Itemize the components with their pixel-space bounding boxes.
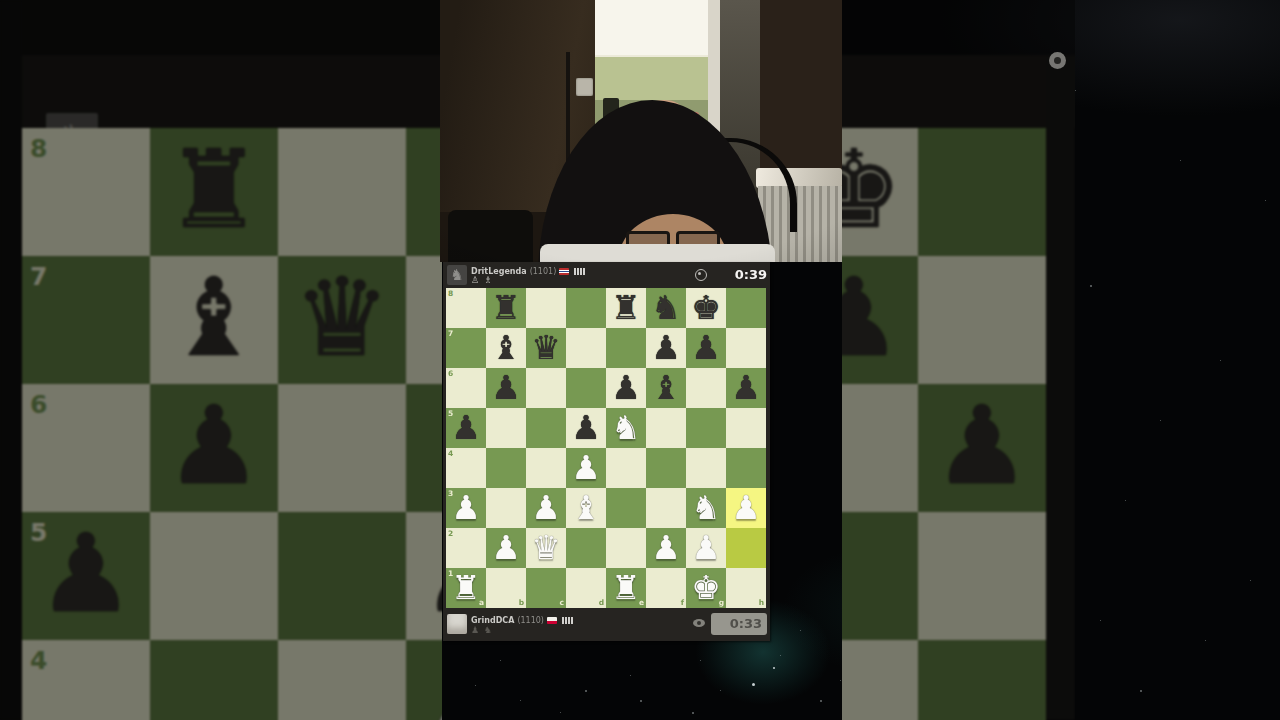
rank-label: 8 xyxy=(448,289,453,298)
cam-vignette xyxy=(440,0,842,262)
captured-pieces: ♙ ♗ xyxy=(471,275,493,285)
square-a8[interactable]: 8 xyxy=(446,288,486,328)
connection-bars-icon xyxy=(562,617,573,624)
star xyxy=(1265,200,1266,201)
star xyxy=(780,655,781,656)
player-name[interactable]: GrindDCA xyxy=(471,616,514,625)
square-h7[interactable] xyxy=(726,328,766,368)
square-f1[interactable]: f xyxy=(646,568,686,608)
square-c5[interactable] xyxy=(526,408,566,448)
square-d5[interactable]: ♟ xyxy=(566,408,606,448)
rank-label: 4 xyxy=(448,449,453,458)
square-c3[interactable]: ♟ xyxy=(526,488,566,528)
background-dim-overlay xyxy=(842,0,1075,720)
star xyxy=(820,700,822,702)
piece-white-bishop[interactable]: ♝ xyxy=(566,488,606,528)
chess-board[interactable]: 8♜♜♞♚7♝♛♟♟6♟♟♝♟5♟♟♞4♟3♟♟♝♞♟2♟♛♟♟1a♜bcde♜… xyxy=(446,288,766,608)
square-a1[interactable]: 1a♜ xyxy=(446,568,486,608)
square-e4[interactable] xyxy=(606,448,646,488)
square-b2[interactable]: ♟ xyxy=(486,528,526,568)
square-c8[interactable] xyxy=(526,288,566,328)
square-g4[interactable] xyxy=(686,448,726,488)
piece-white-pawn[interactable]: ♟ xyxy=(486,528,526,568)
square-c6[interactable] xyxy=(526,368,566,408)
square-e7[interactable] xyxy=(606,328,646,368)
square-e1[interactable]: e♜ xyxy=(606,568,646,608)
captured-pieces: ♟ ♞ xyxy=(471,625,493,635)
background-dim-overlay xyxy=(0,0,442,720)
square-h4[interactable] xyxy=(726,448,766,488)
star xyxy=(560,712,561,713)
stream-frame: ♞ DritLegenda (1101) ♙ ♗ 8♜7♝♛6♟♟5♟4♟ 0:… xyxy=(0,0,1280,720)
square-b6[interactable]: ♟ xyxy=(486,368,526,408)
star xyxy=(630,675,631,676)
piece-black-pawn[interactable]: ♟ xyxy=(686,328,726,368)
square-a5[interactable]: 5♟ xyxy=(446,408,486,448)
square-e3[interactable] xyxy=(606,488,646,528)
piece-white-pawn[interactable]: ♟ xyxy=(686,528,726,568)
square-h6[interactable]: ♟ xyxy=(726,368,766,408)
star xyxy=(475,685,476,686)
square-f5[interactable] xyxy=(646,408,686,448)
square-a3[interactable]: 3♟ xyxy=(446,488,486,528)
square-g3[interactable]: ♞ xyxy=(686,488,726,528)
star xyxy=(692,712,694,714)
square-f7[interactable]: ♟ xyxy=(646,328,686,368)
square-b7[interactable]: ♝ xyxy=(486,328,526,368)
star xyxy=(1250,580,1251,581)
square-a2[interactable]: 2 xyxy=(446,528,486,568)
square-c4[interactable] xyxy=(526,448,566,488)
rank-label: 7 xyxy=(448,329,453,338)
square-a7[interactable]: 7 xyxy=(446,328,486,368)
file-label: c xyxy=(560,598,564,607)
piece-black-pawn[interactable]: ♟ xyxy=(646,328,686,368)
piece-black-bishop[interactable]: ♝ xyxy=(486,328,526,368)
piece-black-rook[interactable]: ♜ xyxy=(486,288,526,328)
star xyxy=(1075,90,1076,91)
square-c1[interactable]: c xyxy=(526,568,566,608)
piece-white-pawn[interactable]: ♟ xyxy=(566,448,606,488)
gear-icon xyxy=(1049,52,1066,69)
file-label: f xyxy=(681,598,684,607)
square-b4[interactable] xyxy=(486,448,526,488)
star xyxy=(1180,160,1181,161)
file-label: d xyxy=(599,598,604,607)
square-e6[interactable]: ♟ xyxy=(606,368,646,408)
square-g8[interactable]: ♚ xyxy=(686,288,726,328)
square-a4[interactable]: 4 xyxy=(446,448,486,488)
piece-black-pawn[interactable]: ♟ xyxy=(446,408,486,448)
opponent-clock: 0:39 xyxy=(705,267,767,282)
star xyxy=(773,667,775,669)
square-f2[interactable]: ♟ xyxy=(646,528,686,568)
star xyxy=(1205,640,1206,641)
square-g6[interactable] xyxy=(686,368,726,408)
star xyxy=(720,690,721,691)
avatar-piece-icon: ♞ xyxy=(450,266,463,284)
background-zoom-right: 0:39 ♚♟♟ xyxy=(842,0,1075,720)
background-zoom-left: ♞ DritLegenda (1101) ♙ ♗ 8♜7♝♛6♟♟5♟4♟ xyxy=(0,0,442,720)
opponent-avatar[interactable]: ♞ xyxy=(447,265,467,285)
connection-bars-icon xyxy=(574,268,585,275)
square-g7[interactable]: ♟ xyxy=(686,328,726,368)
star xyxy=(1160,420,1161,421)
star xyxy=(640,700,642,702)
square-d8[interactable] xyxy=(566,288,606,328)
square-e5[interactable]: ♞ xyxy=(606,408,646,448)
piece-black-queen[interactable]: ♛ xyxy=(526,328,566,368)
piece-white-king[interactable]: ♚ xyxy=(686,568,726,608)
piece-black-knight[interactable]: ♞ xyxy=(646,288,686,328)
square-g2[interactable]: ♟ xyxy=(686,528,726,568)
piece-white-queen[interactable]: ♛ xyxy=(526,528,566,568)
square-h1[interactable]: h xyxy=(726,568,766,608)
poland-flag-icon xyxy=(547,617,557,624)
square-d3[interactable]: ♝ xyxy=(566,488,606,528)
square-d2[interactable] xyxy=(566,528,606,568)
square-h5[interactable] xyxy=(726,408,766,448)
square-d4[interactable]: ♟ xyxy=(566,448,606,488)
piece-black-bishop[interactable]: ♝ xyxy=(646,368,686,408)
square-e2[interactable] xyxy=(606,528,646,568)
eye-icon[interactable] xyxy=(693,619,705,627)
square-c2[interactable]: ♛ xyxy=(526,528,566,568)
star xyxy=(1140,690,1142,692)
square-f3[interactable] xyxy=(646,488,686,528)
chess-game-overlay: ♞ DritLegenda (1101) ♙ ♗ 0:39 8♜♜♞♚7♝♛♟♟… xyxy=(443,262,770,641)
piece-black-rook[interactable]: ♜ xyxy=(606,288,646,328)
piece-black-king[interactable]: ♚ xyxy=(686,288,726,328)
star xyxy=(1100,620,1101,621)
square-a6[interactable]: 6 xyxy=(446,368,486,408)
square-b5[interactable] xyxy=(486,408,526,448)
square-b3[interactable] xyxy=(486,488,526,528)
star xyxy=(700,660,701,661)
file-label: h xyxy=(759,598,764,607)
piece-white-knight[interactable]: ♞ xyxy=(606,408,646,448)
square-f4[interactable] xyxy=(646,448,686,488)
player-avatar[interactable] xyxy=(447,614,467,634)
square-h2[interactable] xyxy=(726,528,766,568)
file-label: b xyxy=(519,598,524,607)
piece-white-pawn[interactable]: ♟ xyxy=(446,488,486,528)
webcam-feed xyxy=(440,0,842,262)
star xyxy=(1220,360,1221,361)
square-e8[interactable]: ♜ xyxy=(606,288,646,328)
star xyxy=(840,680,841,681)
star xyxy=(1090,285,1092,287)
square-d1[interactable]: d xyxy=(566,568,606,608)
star xyxy=(752,683,755,686)
square-h3[interactable]: ♟ xyxy=(726,488,766,528)
square-d7[interactable] xyxy=(566,328,606,368)
star xyxy=(520,700,521,701)
opponent-rating: (1101) xyxy=(530,267,557,276)
star xyxy=(585,690,587,692)
norway-flag-icon xyxy=(559,268,569,275)
square-g1[interactable]: g♚ xyxy=(686,568,726,608)
piece-white-rook[interactable]: ♜ xyxy=(606,568,646,608)
piece-black-pawn[interactable]: ♟ xyxy=(566,408,606,448)
piece-white-pawn[interactable]: ♟ xyxy=(526,488,566,528)
square-d6[interactable] xyxy=(566,368,606,408)
piece-black-pawn[interactable]: ♟ xyxy=(606,368,646,408)
square-b1[interactable]: b xyxy=(486,568,526,608)
star xyxy=(500,660,501,661)
player-clock: 0:33 xyxy=(711,613,767,635)
square-g5[interactable] xyxy=(686,408,726,448)
piece-black-pawn[interactable]: ♟ xyxy=(726,368,766,408)
square-h8[interactable] xyxy=(726,288,766,328)
player-rating: (1110) xyxy=(517,616,544,625)
player-bar: GrindDCA (1110) ♟ ♞ 0:33 xyxy=(443,608,770,641)
piece-black-pawn[interactable]: ♟ xyxy=(486,368,526,408)
opponent-bar: ♞ DritLegenda (1101) ♙ ♗ 0:39 xyxy=(443,262,770,288)
square-b8[interactable]: ♜ xyxy=(486,288,526,328)
piece-white-knight[interactable]: ♞ xyxy=(686,488,726,528)
star xyxy=(1125,500,1126,501)
rank-label: 6 xyxy=(448,369,453,378)
rank-label: 2 xyxy=(448,529,453,538)
square-c7[interactable]: ♛ xyxy=(526,328,566,368)
square-f8[interactable]: ♞ xyxy=(646,288,686,328)
star xyxy=(800,630,801,631)
piece-white-rook[interactable]: ♜ xyxy=(446,568,486,608)
square-f6[interactable]: ♝ xyxy=(646,368,686,408)
piece-white-pawn[interactable]: ♟ xyxy=(646,528,686,568)
piece-white-pawn[interactable]: ♟ xyxy=(726,488,766,528)
